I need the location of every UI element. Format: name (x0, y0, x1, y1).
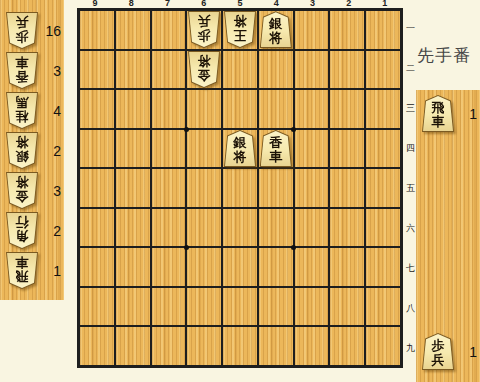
file-label: 5 (222, 0, 258, 8)
board-square-1-4[interactable] (366, 130, 400, 168)
board-square-9-2[interactable] (80, 51, 114, 89)
board-square-8-7[interactable] (116, 248, 150, 286)
board-square-7-9[interactable] (152, 327, 186, 365)
board-square-5-9[interactable] (223, 327, 257, 365)
board-square-8-6[interactable] (116, 209, 150, 247)
board-square-5-6[interactable] (223, 209, 257, 247)
board-square-9-9[interactable] (80, 327, 114, 365)
piece-kanji: 銀将 (261, 12, 291, 47)
board-square-5-1[interactable]: 王将 (223, 11, 257, 49)
board-square-2-2[interactable] (330, 51, 364, 89)
file-label: 6 (186, 0, 222, 8)
board-square-6-1[interactable]: 歩兵 (187, 11, 221, 49)
shogi-piece-gote[interactable]: 桂馬 (6, 92, 38, 129)
board-square-4-2[interactable] (259, 51, 293, 89)
board-square-1-1[interactable] (366, 11, 400, 49)
rank-label: 二 (404, 48, 417, 88)
board-square-5-3[interactable] (223, 90, 257, 128)
piece-kanji: 歩兵 (7, 13, 37, 48)
board-square-1-9[interactable] (366, 327, 400, 365)
board-square-5-4[interactable]: 銀将 (223, 130, 257, 168)
board-square-7-2[interactable] (152, 51, 186, 89)
board-square-8-1[interactable] (116, 11, 150, 49)
board-square-6-4[interactable] (187, 130, 221, 168)
file-label: 9 (77, 0, 113, 8)
board-square-5-8[interactable] (223, 288, 257, 326)
board-square-4-7[interactable] (259, 248, 293, 286)
shogi-piece-gote[interactable]: 飛車 (6, 252, 38, 289)
shogi-piece-sente[interactable]: 銀将 (260, 11, 292, 48)
board-square-6-3[interactable] (187, 90, 221, 128)
board-square-7-8[interactable] (152, 288, 186, 326)
board-square-9-5[interactable] (80, 169, 114, 207)
shogi-piece-sente[interactable]: 歩兵 (422, 333, 454, 370)
hand-piece-count: 1 (457, 106, 477, 122)
shogi-piece-gote[interactable]: 歩兵 (6, 12, 38, 49)
shogi-piece-gote[interactable]: 王将 (224, 11, 256, 48)
star-point (184, 127, 189, 132)
board-square-7-7[interactable] (152, 248, 186, 286)
file-labels: 987654321 (77, 0, 403, 8)
board-square-2-7[interactable] (330, 248, 364, 286)
board-square-2-4[interactable] (330, 130, 364, 168)
board-square-4-1[interactable]: 銀将 (259, 11, 293, 49)
turn-indicator: 先手番 (417, 44, 479, 67)
star-point (291, 127, 296, 132)
piece-kanji: 香車 (7, 53, 37, 88)
hand-piece-row[interactable]: 飛車1 (0, 251, 64, 291)
shogi-piece-sente[interactable]: 飛車 (422, 95, 454, 132)
board-square-6-5[interactable] (187, 169, 221, 207)
piece-kanji: 角行 (7, 213, 37, 248)
board-square-4-6[interactable] (259, 209, 293, 247)
board-square-2-8[interactable] (330, 288, 364, 326)
shogi-piece-gote[interactable]: 角行 (6, 212, 38, 249)
board-square-3-6[interactable] (295, 209, 329, 247)
board-square-6-7[interactable] (187, 248, 221, 286)
board-square-4-8[interactable] (259, 288, 293, 326)
piece-kanji: 飛車 (7, 253, 37, 288)
shogi-piece-gote[interactable]: 銀将 (6, 132, 38, 169)
board-square-8-9[interactable] (116, 327, 150, 365)
board-square-4-5[interactable] (259, 169, 293, 207)
board-square-8-2[interactable] (116, 51, 150, 89)
piece-kanji: 銀将 (7, 133, 37, 168)
piece-kanji: 金将 (7, 173, 37, 208)
hand-piece-row[interactable]: 香車3 (0, 51, 64, 91)
hand-piece-row[interactable]: 角行2 (0, 211, 64, 251)
board-square-1-2[interactable] (366, 51, 400, 89)
board-square-1-8[interactable] (366, 288, 400, 326)
shogi-piece-gote[interactable]: 歩兵 (188, 11, 220, 48)
board-square-7-3[interactable] (152, 90, 186, 128)
board-square-3-1[interactable] (295, 11, 329, 49)
board-square-8-4[interactable] (116, 130, 150, 168)
board-square-9-4[interactable] (80, 130, 114, 168)
hand-piece-count: 16 (41, 23, 61, 39)
board-square-1-5[interactable] (366, 169, 400, 207)
board-square-2-6[interactable] (330, 209, 364, 247)
board-square-2-3[interactable] (330, 90, 364, 128)
board-square-5-2[interactable] (223, 51, 257, 89)
board-square-4-4[interactable]: 香車 (259, 130, 293, 168)
board-square-6-8[interactable] (187, 288, 221, 326)
board-square-2-1[interactable] (330, 11, 364, 49)
shogi-piece-gote[interactable]: 香車 (6, 52, 38, 89)
board-square-3-8[interactable] (295, 288, 329, 326)
hand-piece-row[interactable]: 桂馬4 (0, 91, 64, 131)
hand-piece-row[interactable]: 飛車1 (416, 94, 480, 134)
board-square-6-6[interactable] (187, 209, 221, 247)
piece-kanji: 飛車 (423, 96, 453, 131)
piece-kanji: 歩兵 (189, 12, 219, 47)
hand-piece-row[interactable]: 金将3 (0, 171, 64, 211)
gote-captured-stand: 歩兵16香車3桂馬4銀将2金将3角行2飛車1 (0, 0, 64, 300)
board-square-8-3[interactable] (116, 90, 150, 128)
board-square-2-9[interactable] (330, 327, 364, 365)
file-label: 8 (113, 0, 149, 8)
board-square-9-3[interactable] (80, 90, 114, 128)
piece-kanji: 銀将 (225, 131, 255, 166)
rank-label: 一 (404, 8, 417, 48)
board-square-4-3[interactable] (259, 90, 293, 128)
file-label: 3 (294, 0, 330, 8)
hand-piece-count: 1 (457, 344, 477, 360)
board-square-9-7[interactable] (80, 248, 114, 286)
shogi-piece-gote[interactable]: 金将 (188, 51, 220, 88)
board-square-8-5[interactable] (116, 169, 150, 207)
board-square-3-5[interactable] (295, 169, 329, 207)
hand-piece-count: 2 (41, 143, 61, 159)
hand-piece-row[interactable]: 歩兵1 (416, 332, 480, 372)
file-label: 7 (149, 0, 185, 8)
board-square-7-1[interactable] (152, 11, 186, 49)
file-label: 2 (331, 0, 367, 8)
shogi-board: 歩兵王将銀将金将銀将香車 (77, 8, 403, 368)
board-square-6-9[interactable] (187, 327, 221, 365)
board-square-3-4[interactable] (295, 130, 329, 168)
piece-kanji: 金将 (189, 52, 219, 87)
hand-piece-count: 2 (41, 223, 61, 239)
board-square-7-5[interactable] (152, 169, 186, 207)
piece-kanji: 歩兵 (423, 334, 453, 369)
file-label: 4 (258, 0, 294, 8)
board-square-4-9[interactable] (259, 327, 293, 365)
board-square-3-3[interactable] (295, 90, 329, 128)
board-square-5-7[interactable] (223, 248, 257, 286)
board-square-3-9[interactable] (295, 327, 329, 365)
board-square-9-6[interactable] (80, 209, 114, 247)
shogi-piece-sente[interactable]: 銀将 (224, 130, 256, 167)
board-square-6-2[interactable]: 金将 (187, 51, 221, 89)
board-square-8-8[interactable] (116, 288, 150, 326)
board-square-1-6[interactable] (366, 209, 400, 247)
board-square-3-7[interactable] (295, 248, 329, 286)
hand-piece-count: 4 (41, 103, 61, 119)
sente-captured-stand: 飛車1歩兵1 (416, 90, 480, 382)
piece-kanji: 桂馬 (7, 93, 37, 128)
hand-piece-row[interactable]: 歩兵16 (0, 11, 64, 51)
board-square-7-4[interactable] (152, 130, 186, 168)
board-square-1-3[interactable] (366, 90, 400, 128)
board-square-2-5[interactable] (330, 169, 364, 207)
star-point (291, 245, 296, 250)
board-square-9-8[interactable] (80, 288, 114, 326)
piece-kanji: 王将 (225, 12, 255, 47)
piece-kanji: 香車 (261, 131, 291, 166)
shogi-piece-gote[interactable]: 金将 (6, 172, 38, 209)
hand-piece-count: 3 (41, 183, 61, 199)
star-point (184, 245, 189, 250)
shogi-piece-sente[interactable]: 香車 (260, 130, 292, 167)
board-square-9-1[interactable] (80, 11, 114, 49)
file-label: 1 (367, 0, 403, 8)
hand-piece-count: 1 (41, 263, 61, 279)
board-square-1-7[interactable] (366, 248, 400, 286)
shogi-diagram: 歩兵16香車3桂馬4銀将2金将3角行2飛車1 987654321 歩兵王将銀将金… (0, 0, 480, 382)
hand-piece-row[interactable]: 銀将2 (0, 131, 64, 171)
board-square-5-5[interactable] (223, 169, 257, 207)
board-square-7-6[interactable] (152, 209, 186, 247)
hand-piece-count: 3 (41, 63, 61, 79)
board-square-3-2[interactable] (295, 51, 329, 89)
